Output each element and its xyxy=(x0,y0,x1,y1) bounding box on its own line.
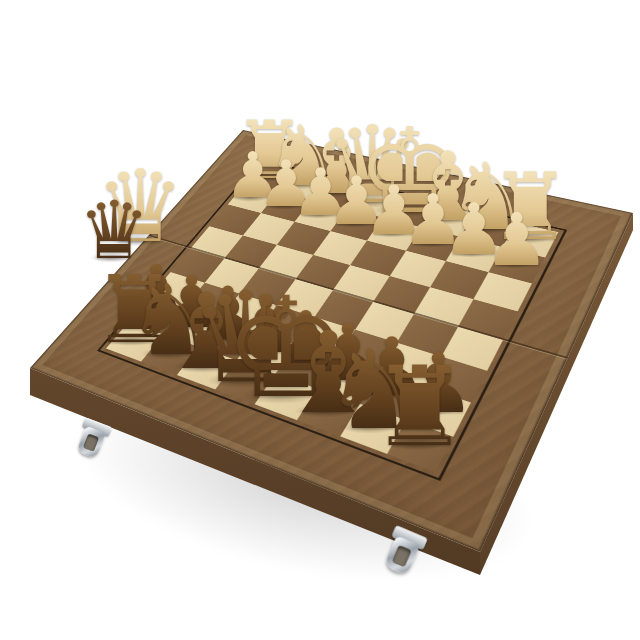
chess-set-photo: ♜︎♞︎♝︎♛︎♚︎♝︎♞︎♜︎♟︎♟︎♟︎♟︎♟︎♟︎♟︎♟︎♟︎♟︎♟︎♟︎… xyxy=(0,0,640,640)
piece-black-rook-h8: ♜︎ xyxy=(371,352,470,462)
clasp-hook xyxy=(76,426,105,459)
piece-white-pawn-h2: ♟︎ xyxy=(484,203,549,276)
